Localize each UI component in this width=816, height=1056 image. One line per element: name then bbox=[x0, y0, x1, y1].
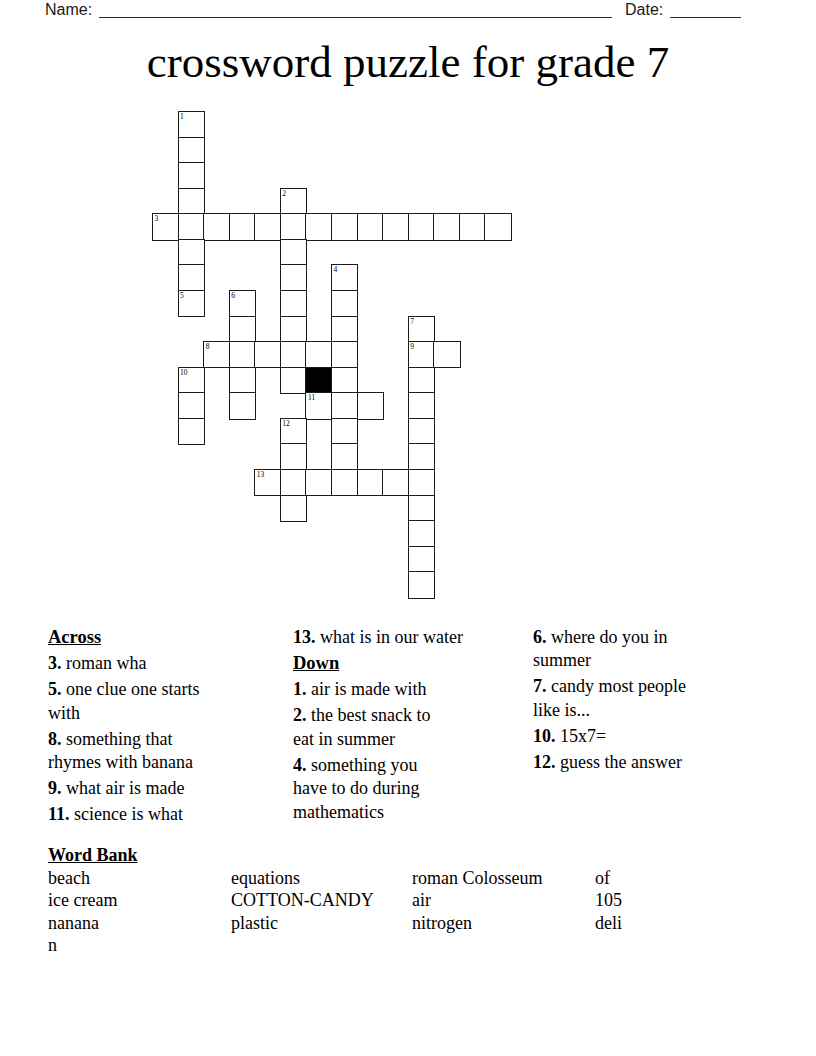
clues-section-header: Down bbox=[293, 652, 523, 675]
word-bank-item: equations bbox=[231, 867, 374, 889]
clue-number: 11. bbox=[48, 804, 70, 824]
word-bank-item: of bbox=[595, 867, 622, 889]
cell-number: 5 bbox=[180, 291, 184, 300]
clue-number: 2. bbox=[293, 705, 307, 725]
grid-cell[interactable] bbox=[280, 443, 307, 470]
grid-cell[interactable] bbox=[280, 213, 307, 240]
grid-cell[interactable] bbox=[357, 469, 384, 496]
grid-cell[interactable]: 5 bbox=[178, 290, 205, 317]
clue-number: 8. bbox=[48, 729, 62, 749]
grid-cell[interactable] bbox=[331, 341, 358, 368]
grid-cell[interactable] bbox=[382, 469, 409, 496]
crossword-grid: 12345678910111213 bbox=[152, 111, 511, 598]
clue-text: something you have to do during mathemat… bbox=[293, 755, 419, 822]
word-bank-header: Word Bank bbox=[48, 844, 138, 867]
word-bank-item: ice cream bbox=[48, 889, 117, 911]
grid-cell[interactable] bbox=[408, 418, 435, 445]
word-bank-item: 105 bbox=[595, 889, 622, 911]
grid-cell[interactable] bbox=[408, 443, 435, 470]
grid-cell[interactable] bbox=[178, 137, 205, 164]
grid-cell[interactable] bbox=[408, 520, 435, 547]
grid-cell[interactable] bbox=[433, 213, 460, 240]
word-bank-column-3: roman Colosseumairnitrogen bbox=[412, 867, 543, 934]
grid-cell[interactable] bbox=[229, 392, 256, 419]
clue-item: 3. roman wha bbox=[48, 652, 283, 675]
grid-cell[interactable] bbox=[408, 367, 435, 394]
grid-cell[interactable] bbox=[408, 213, 435, 240]
word-bank-item: plastic bbox=[231, 912, 374, 934]
clue-item: 11. science is what bbox=[48, 803, 283, 826]
grid-cell[interactable] bbox=[229, 341, 256, 368]
grid-cell[interactable] bbox=[229, 316, 256, 343]
clue-number: 9. bbox=[48, 778, 62, 798]
grid-cell[interactable] bbox=[433, 341, 460, 368]
grid-cell[interactable] bbox=[178, 162, 205, 189]
clue-number: 4. bbox=[293, 755, 307, 775]
date-blank-line[interactable] bbox=[670, 17, 741, 18]
cell-number: 1 bbox=[180, 112, 184, 121]
grid-cell[interactable]: 10 bbox=[178, 367, 205, 394]
grid-cell[interactable] bbox=[229, 367, 256, 394]
clue-text: roman wha bbox=[66, 653, 146, 673]
grid-cell[interactable] bbox=[280, 264, 307, 291]
word-bank-item: n bbox=[48, 934, 117, 956]
clue-item: 12. guess the answer bbox=[533, 751, 768, 774]
grid-cell[interactable] bbox=[331, 443, 358, 470]
grid-cell[interactable] bbox=[408, 571, 435, 598]
clue-item: 5. one clue one starts with bbox=[48, 678, 283, 725]
word-bank-column-1: beachice creamnananan bbox=[48, 867, 117, 957]
grid-cell[interactable] bbox=[331, 213, 358, 240]
grid-cell[interactable]: 13 bbox=[254, 469, 281, 496]
cell-number: 7 bbox=[410, 317, 414, 326]
grid-cell[interactable] bbox=[305, 341, 332, 368]
grid-cell[interactable] bbox=[280, 290, 307, 317]
word-bank-item: roman Colosseum bbox=[412, 867, 543, 889]
grid-cell[interactable]: 4 bbox=[331, 264, 358, 291]
clue-item: 4. something you have to do during mathe… bbox=[293, 754, 523, 824]
grid-cell[interactable] bbox=[254, 341, 281, 368]
word-bank-item: deli bbox=[595, 912, 622, 934]
cell-number: 8 bbox=[206, 342, 210, 351]
grid-cell[interactable]: 6 bbox=[229, 290, 256, 317]
grid-cell[interactable] bbox=[280, 367, 307, 394]
clue-number: 3. bbox=[48, 653, 62, 673]
grid-cell[interactable] bbox=[331, 418, 358, 445]
clue-item: 1. air is made with bbox=[293, 678, 523, 701]
clues-section-header: Across bbox=[48, 626, 283, 649]
clue-number: 6. bbox=[533, 627, 547, 647]
cell-number: 3 bbox=[155, 214, 159, 223]
clue-item: 10. 15x7= bbox=[533, 725, 768, 748]
date-label: Date: bbox=[625, 1, 663, 19]
grid-cell[interactable]: 1 bbox=[178, 111, 205, 138]
grid-cell[interactable] bbox=[280, 316, 307, 343]
grid-cell[interactable] bbox=[178, 188, 205, 215]
clue-text: what is in our water bbox=[320, 627, 463, 647]
page-title: crossword puzzle for grade 7 bbox=[0, 36, 816, 88]
clue-text: science is what bbox=[74, 804, 183, 824]
grid-cell[interactable]: 9 bbox=[408, 341, 435, 368]
cell-number: 13 bbox=[257, 470, 265, 479]
grid-cell[interactable] bbox=[280, 495, 307, 522]
word-bank-column-4: of105deli bbox=[595, 867, 622, 934]
cell-number: 9 bbox=[410, 342, 414, 351]
clue-text: the best snack to eat in summer bbox=[293, 705, 430, 748]
grid-cell[interactable] bbox=[178, 239, 205, 266]
clue-item: 2. the best snack to eat in summer bbox=[293, 704, 523, 751]
clues-column-1: Across3. roman wha5. one clue one starts… bbox=[48, 626, 283, 829]
cell-number: 11 bbox=[308, 393, 315, 402]
clue-text: guess the answer bbox=[560, 752, 682, 772]
grid-cell[interactable] bbox=[408, 495, 435, 522]
clue-item: 9. what air is made bbox=[48, 777, 283, 800]
clue-number: 5. bbox=[48, 679, 62, 699]
cell-number: 10 bbox=[180, 368, 188, 377]
word-bank-item: COTTON-CANDY bbox=[231, 889, 374, 911]
clue-item: 13. what is in our water bbox=[293, 626, 523, 649]
grid-cell[interactable] bbox=[357, 213, 384, 240]
grid-cell[interactable] bbox=[178, 392, 205, 419]
word-bank-column-2: equationsCOTTON-CANDYplastic bbox=[231, 867, 374, 934]
grid-cell[interactable] bbox=[178, 418, 205, 445]
grid-cell[interactable]: 12 bbox=[280, 418, 307, 445]
word-bank-item: nanana bbox=[48, 912, 117, 934]
grid-cell[interactable] bbox=[305, 469, 332, 496]
clue-item: 6. where do you in summer bbox=[533, 626, 768, 673]
cell-number: 6 bbox=[231, 291, 235, 300]
grid-cell[interactable] bbox=[305, 213, 332, 240]
grid-cell[interactable] bbox=[280, 341, 307, 368]
grid-cell[interactable] bbox=[203, 213, 230, 240]
grid-cell[interactable] bbox=[331, 367, 358, 394]
cell-number: 4 bbox=[333, 265, 337, 274]
grid-cell[interactable] bbox=[280, 469, 307, 496]
clue-number: 7. bbox=[533, 676, 547, 696]
clue-number: 12. bbox=[533, 752, 556, 772]
clue-item: 7. candy most people like is... bbox=[533, 675, 768, 722]
clue-text: what air is made bbox=[66, 778, 184, 798]
name-label: Name: bbox=[45, 1, 92, 19]
grid-cell[interactable] bbox=[408, 546, 435, 573]
grid-cell[interactable]: 8 bbox=[203, 341, 230, 368]
grid-cell[interactable] bbox=[331, 469, 358, 496]
grid-cell[interactable] bbox=[254, 213, 281, 240]
grid-cell[interactable] bbox=[331, 316, 358, 343]
word-bank-item: air bbox=[412, 889, 543, 911]
name-blank-line[interactable] bbox=[99, 17, 612, 18]
clue-number: 13. bbox=[293, 627, 316, 647]
grid-cell[interactable] bbox=[484, 213, 511, 240]
clue-text: 15x7= bbox=[560, 726, 606, 746]
clue-text: where do you in summer bbox=[533, 627, 667, 670]
grid-cell[interactable] bbox=[229, 213, 256, 240]
clue-item: 8. something that rhymes with banana bbox=[48, 728, 283, 775]
grid-cell[interactable] bbox=[178, 213, 205, 240]
clue-text: something that rhymes with banana bbox=[48, 729, 193, 772]
grid-cell[interactable] bbox=[331, 290, 358, 317]
black-cell bbox=[305, 367, 332, 394]
grid-cell[interactable] bbox=[382, 213, 409, 240]
clues-column-2: 13. what is in our waterDown1. air is ma… bbox=[293, 626, 523, 827]
grid-cell[interactable]: 3 bbox=[152, 213, 179, 240]
grid-cell[interactable]: 11 bbox=[305, 392, 332, 419]
clues-column-3: 6. where do you in summer7. candy most p… bbox=[533, 626, 768, 777]
clue-number: 1. bbox=[293, 679, 307, 699]
grid-cell[interactable] bbox=[178, 264, 205, 291]
word-bank-item: nitrogen bbox=[412, 912, 543, 934]
clue-text: one clue one starts with bbox=[48, 679, 199, 722]
clue-text: air is made with bbox=[311, 679, 426, 699]
grid-cell[interactable] bbox=[459, 213, 486, 240]
grid-cell[interactable] bbox=[357, 392, 384, 419]
cell-number: 12 bbox=[282, 419, 290, 428]
grid-cell[interactable] bbox=[408, 392, 435, 419]
grid-cell[interactable]: 7 bbox=[408, 316, 435, 343]
grid-cell[interactable] bbox=[408, 469, 435, 496]
clue-number: 10. bbox=[533, 726, 556, 746]
clue-text: candy most people like is... bbox=[533, 676, 686, 719]
cell-number: 2 bbox=[282, 189, 286, 198]
word-bank-item: beach bbox=[48, 867, 117, 889]
grid-cell[interactable] bbox=[331, 392, 358, 419]
worksheet-page: Name: Date: crossword puzzle for grade 7… bbox=[0, 0, 816, 1056]
grid-cell[interactable]: 2 bbox=[280, 188, 307, 215]
grid-cell[interactable] bbox=[280, 239, 307, 266]
